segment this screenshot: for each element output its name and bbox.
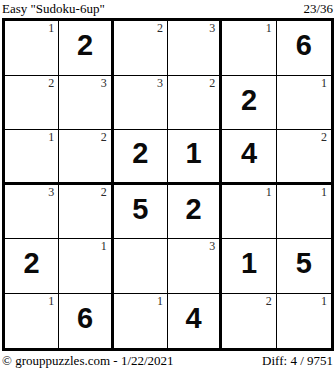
given-digit: 2 [241, 86, 257, 119]
corner-mark: 2 [101, 131, 107, 144]
given-digit: 4 [186, 304, 202, 337]
cell-r1c2[interactable]: 2 [59, 21, 113, 76]
corner-mark: 3 [209, 22, 215, 35]
cell-r1c5[interactable]: 1 [222, 21, 276, 76]
cell-r6c5[interactable]: 2 [222, 294, 276, 349]
corner-mark: 2 [48, 77, 54, 90]
cell-r2c5[interactable]: 2 [222, 76, 276, 131]
given-digit: 6 [77, 304, 93, 337]
corner-mark: 1 [266, 186, 272, 199]
cell-r5c2[interactable]: 1 [59, 239, 113, 294]
cell-r3c6[interactable]: 2 [277, 130, 331, 185]
cell-r4c6[interactable]: 1 [277, 185, 331, 240]
corner-mark: 2 [101, 186, 107, 199]
cell-r6c1[interactable]: 1 [5, 294, 59, 349]
puzzle-counter: 23/36 [303, 1, 333, 16]
header: Easy "Sudoku-6up" 23/36 [0, 0, 336, 18]
cell-r4c1[interactable]: 3 [5, 185, 59, 240]
cell-r3c1[interactable]: 1 [5, 130, 59, 185]
corner-mark: 1 [101, 240, 107, 253]
corner-mark: 1 [48, 131, 54, 144]
difficulty-text: Diff: 4 / 9751 [262, 353, 333, 368]
corner-mark: 3 [101, 77, 107, 90]
corner-mark: 2 [209, 77, 215, 90]
given-digit: 1 [241, 249, 257, 282]
corner-mark: 1 [48, 295, 54, 308]
cell-r6c6[interactable]: 1 [277, 294, 331, 349]
given-digit: 1 [186, 139, 202, 172]
cell-r1c1[interactable]: 1 [5, 21, 59, 76]
cell-r6c2[interactable]: 6 [59, 294, 113, 349]
cell-r3c4[interactable]: 1 [168, 130, 222, 185]
cell-r6c4[interactable]: 4 [168, 294, 222, 349]
puzzle-title: Easy "Sudoku-6up" [2, 1, 105, 16]
cell-r5c4[interactable]: 3 [168, 239, 222, 294]
cell-r1c3[interactable]: 2 [114, 21, 168, 76]
cell-r2c4[interactable]: 2 [168, 76, 222, 131]
cell-r2c1[interactable]: 2 [5, 76, 59, 131]
cell-r5c5[interactable]: 1 [222, 239, 276, 294]
board: 12231623322112214232521121315161421 [2, 18, 334, 351]
given-digit: 5 [296, 249, 312, 282]
given-digit: 4 [241, 139, 257, 172]
footer: © grouppuzzles.com - 1/22/2021 Diff: 4 /… [0, 351, 336, 368]
corner-mark: 2 [266, 295, 272, 308]
cell-r4c2[interactable]: 2 [59, 185, 113, 240]
cell-r4c3[interactable]: 5 [114, 185, 168, 240]
corner-mark: 3 [157, 77, 163, 90]
cell-r2c3[interactable]: 3 [114, 76, 168, 131]
corner-mark: 1 [321, 77, 327, 90]
cell-r5c3[interactable] [114, 239, 168, 294]
corner-mark: 1 [321, 186, 327, 199]
corner-mark: 3 [48, 186, 54, 199]
corner-mark: 2 [157, 22, 163, 35]
cell-r5c1[interactable]: 2 [5, 239, 59, 294]
cell-r3c2[interactable]: 2 [59, 130, 113, 185]
corner-mark: 3 [209, 240, 215, 253]
cell-r6c3[interactable]: 1 [114, 294, 168, 349]
corner-mark: 1 [48, 22, 54, 35]
cell-r2c6[interactable]: 1 [277, 76, 331, 131]
cell-r4c4[interactable]: 2 [168, 185, 222, 240]
given-digit: 2 [77, 31, 93, 64]
cell-r3c3[interactable]: 2 [114, 130, 168, 185]
cell-r1c4[interactable]: 3 [168, 21, 222, 76]
cell-r1c6[interactable]: 6 [277, 21, 331, 76]
given-digit: 2 [132, 139, 148, 172]
copyright-text: © grouppuzzles.com - 1/22/2021 [2, 353, 174, 368]
cell-r5c6[interactable]: 5 [277, 239, 331, 294]
corner-mark: 1 [266, 22, 272, 35]
given-digit: 6 [296, 31, 312, 64]
given-digit: 5 [132, 195, 148, 228]
given-digit: 2 [186, 195, 202, 228]
given-digit: 2 [24, 249, 40, 282]
corner-mark: 1 [321, 295, 327, 308]
cell-r4c5[interactable]: 1 [222, 185, 276, 240]
corner-mark: 2 [321, 131, 327, 144]
corner-mark: 1 [157, 295, 163, 308]
cell-r2c2[interactable]: 3 [59, 76, 113, 131]
cell-r3c5[interactable]: 4 [222, 130, 276, 185]
